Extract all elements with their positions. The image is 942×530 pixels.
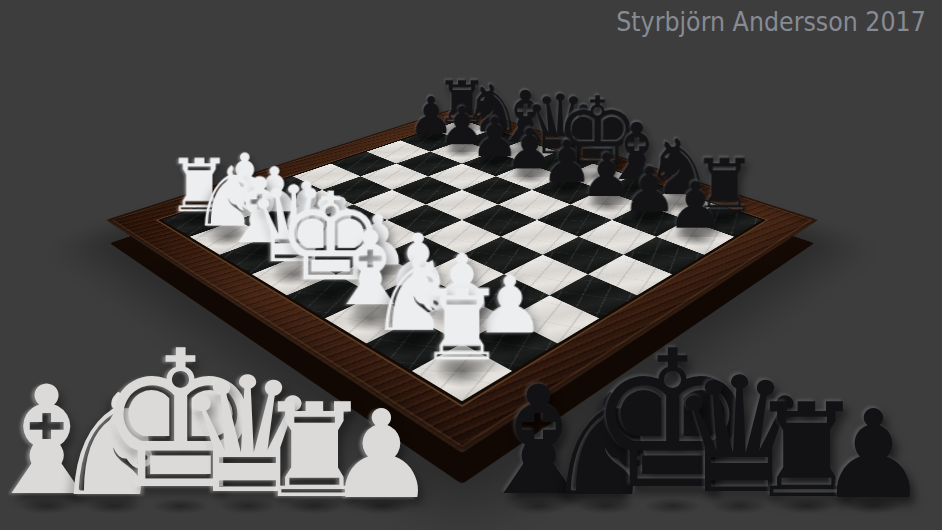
lineup-white: ♝♞♚♛♜♟ bbox=[13, 301, 415, 516]
floor-shadow bbox=[353, 498, 411, 514]
lineup-black-pawn: ♟ bbox=[840, 301, 907, 516]
chess-render-scene: Styrbjörn Andersson 2017 ♜♞♝♛♚♝♞♜♟♟♟♟♟♟♟… bbox=[0, 0, 942, 530]
floor-shadow bbox=[845, 498, 903, 514]
artist-credit: Styrbjörn Andersson 2017 bbox=[616, 6, 926, 37]
lineup-white-pawn: ♟ bbox=[348, 301, 415, 516]
lineup-black: ♝♞♚♛♜♟ bbox=[505, 301, 907, 516]
